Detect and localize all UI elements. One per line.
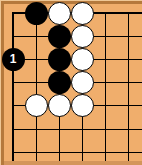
grid-vline [36,12,37,161]
stone-black[interactable] [25,2,48,25]
stone-white[interactable] [71,94,94,117]
board-frame-highlight-left [0,0,1,165]
stone-white[interactable] [71,25,94,48]
stone-white[interactable] [48,2,71,25]
grid-vline [12,12,14,161]
stone-black-move-1[interactable]: 1 [2,48,25,71]
stone-white[interactable] [48,94,71,117]
board-frame-bottom-bevel [4,161,142,165]
move-number-label: 1 [10,53,17,65]
stone-black[interactable] [48,25,71,48]
grid-vline [105,12,106,161]
stone-white[interactable] [71,2,94,25]
go-board[interactable]: 1 [0,0,142,165]
board-frame-highlight-top [0,0,142,1]
stone-white[interactable] [71,71,94,94]
stone-black[interactable] [48,48,71,71]
stone-black[interactable] [48,71,71,94]
grid-vline [128,12,129,161]
stone-white[interactable] [25,94,48,117]
grid-hline [12,152,142,153]
grid-hline [12,129,142,130]
stone-white[interactable] [71,48,94,71]
